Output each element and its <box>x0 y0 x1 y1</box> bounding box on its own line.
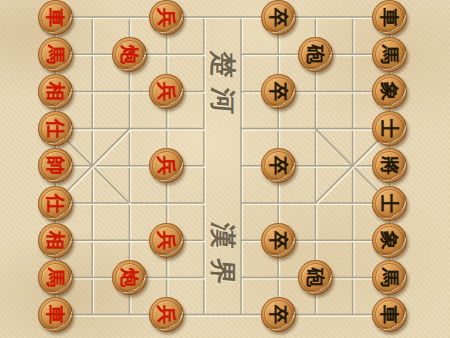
piece-glyph: 兵 <box>157 305 176 324</box>
xiangqi-board[interactable]: 楚河 漢界 車馬相仕帥仕相馬車炮炮兵兵兵兵兵卒卒卒卒卒砲砲車馬象士將士象馬車 <box>0 0 450 338</box>
piece-glyph: 士 <box>380 119 399 138</box>
piece-red-horse[interactable]: 馬 <box>38 37 73 72</box>
piece-glyph: 馬 <box>46 45 65 64</box>
piece-glyph: 馬 <box>46 268 65 287</box>
piece-glyph: 車 <box>46 8 65 27</box>
piece-red-chariot[interactable]: 車 <box>38 0 73 35</box>
piece-glyph: 炮 <box>120 268 139 287</box>
piece-glyph: 兵 <box>157 156 176 175</box>
piece-black-soldier[interactable]: 卒 <box>261 74 296 109</box>
piece-glyph: 馬 <box>380 45 399 64</box>
piece-black-soldier[interactable]: 卒 <box>261 0 296 35</box>
piece-glyph: 炮 <box>120 45 139 64</box>
piece-black-cannon[interactable]: 砲 <box>298 37 333 72</box>
piece-glyph: 仕 <box>46 119 65 138</box>
piece-red-advisor[interactable]: 仕 <box>38 186 73 221</box>
piece-red-general[interactable]: 帥 <box>38 148 73 183</box>
piece-glyph: 砲 <box>306 45 325 64</box>
piece-glyph: 卒 <box>269 231 288 250</box>
piece-black-elephant[interactable]: 象 <box>372 223 407 258</box>
piece-glyph: 相 <box>46 231 65 250</box>
piece-black-horse[interactable]: 馬 <box>372 260 407 295</box>
piece-black-soldier[interactable]: 卒 <box>261 148 296 183</box>
piece-glyph: 卒 <box>269 305 288 324</box>
piece-red-elephant[interactable]: 相 <box>38 74 73 109</box>
piece-glyph: 相 <box>46 82 65 101</box>
piece-red-cannon[interactable]: 炮 <box>112 260 147 295</box>
piece-glyph: 將 <box>380 156 399 175</box>
piece-black-elephant[interactable]: 象 <box>372 74 407 109</box>
piece-black-chariot[interactable]: 車 <box>372 0 407 35</box>
piece-glyph: 帥 <box>46 156 65 175</box>
piece-black-horse[interactable]: 馬 <box>372 37 407 72</box>
river-label-bottom-text: 漢界 <box>205 220 240 295</box>
piece-glyph: 馬 <box>380 268 399 287</box>
piece-glyph: 卒 <box>269 156 288 175</box>
piece-black-soldier[interactable]: 卒 <box>261 297 296 332</box>
piece-glyph: 兵 <box>157 8 176 27</box>
piece-glyph: 車 <box>46 305 65 324</box>
piece-glyph: 士 <box>380 194 399 213</box>
piece-red-chariot[interactable]: 車 <box>38 297 73 332</box>
piece-black-cannon[interactable]: 砲 <box>298 260 333 295</box>
piece-red-soldier[interactable]: 兵 <box>149 0 184 35</box>
river-label-top-text: 楚河 <box>205 49 240 124</box>
piece-black-advisor[interactable]: 士 <box>372 186 407 221</box>
piece-glyph: 象 <box>380 231 399 250</box>
piece-glyph: 砲 <box>306 268 325 287</box>
piece-glyph: 象 <box>380 82 399 101</box>
piece-red-advisor[interactable]: 仕 <box>38 111 73 146</box>
piece-black-soldier[interactable]: 卒 <box>261 223 296 258</box>
piece-glyph: 兵 <box>157 82 176 101</box>
piece-glyph: 卒 <box>269 82 288 101</box>
piece-glyph: 卒 <box>269 8 288 27</box>
piece-glyph: 兵 <box>157 231 176 250</box>
piece-red-soldier[interactable]: 兵 <box>149 223 184 258</box>
piece-red-soldier[interactable]: 兵 <box>149 297 184 332</box>
piece-glyph: 車 <box>380 8 399 27</box>
piece-red-soldier[interactable]: 兵 <box>149 74 184 109</box>
piece-red-elephant[interactable]: 相 <box>38 223 73 258</box>
piece-glyph: 車 <box>380 305 399 324</box>
piece-red-cannon[interactable]: 炮 <box>112 37 147 72</box>
piece-glyph: 仕 <box>46 194 65 213</box>
piece-red-horse[interactable]: 馬 <box>38 260 73 295</box>
